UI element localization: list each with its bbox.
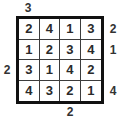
- skyscrapers-puzzle: 3 2 2 1 4 2 2 4 1 3 1 2 3 4 3 1 4 2 4 3 …: [0, 0, 120, 120]
- puzzle-grid: 2 4 1 3 1 2 3 4 3 1 4 2 4 3 2 1: [16, 16, 104, 104]
- grid-cell-r2c4[interactable]: 4: [81, 40, 102, 61]
- clue-top-col1: 3: [17, 0, 39, 16]
- grid-cell-r1c3[interactable]: 1: [60, 19, 81, 40]
- grid-cell-r3c4[interactable]: 2: [81, 60, 102, 81]
- grid-cell-r1c2[interactable]: 4: [40, 19, 61, 40]
- clue-right-row1: 2: [106, 21, 120, 37]
- clue-right-row4: 4: [106, 83, 120, 99]
- grid-cell-r4c3[interactable]: 2: [60, 81, 81, 102]
- grid-cell-r4c1[interactable]: 4: [19, 81, 40, 102]
- grid-cell-r3c3[interactable]: 4: [60, 60, 81, 81]
- grid-cell-r3c2[interactable]: 1: [40, 60, 61, 81]
- clue-bottom-col3: 2: [59, 104, 81, 120]
- grid-cell-r4c4[interactable]: 1: [81, 81, 102, 102]
- grid-cell-r3c1[interactable]: 3: [19, 60, 40, 81]
- clue-left-row3: 2: [0, 62, 14, 78]
- grid-cell-r1c4[interactable]: 3: [81, 19, 102, 40]
- clue-right-row2: 1: [106, 42, 120, 58]
- grid-cell-r2c3[interactable]: 3: [60, 40, 81, 61]
- grid-cell-r1c1[interactable]: 2: [19, 19, 40, 40]
- grid-cell-r2c1[interactable]: 1: [19, 40, 40, 61]
- grid-cell-r4c2[interactable]: 3: [40, 81, 61, 102]
- grid-cell-r2c2[interactable]: 2: [40, 40, 61, 61]
